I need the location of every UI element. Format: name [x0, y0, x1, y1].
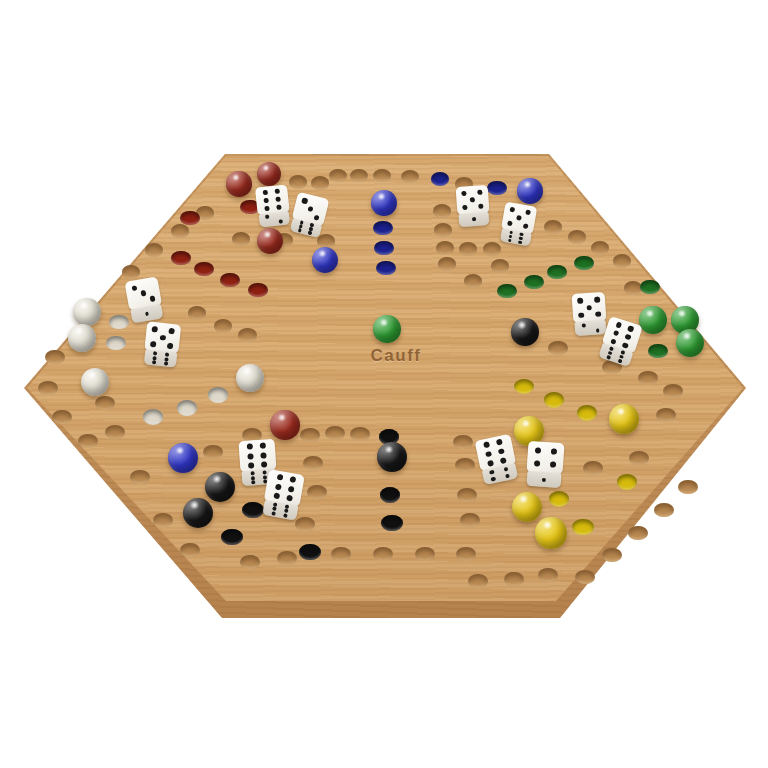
- marble-white[interactable]: [81, 368, 109, 396]
- die-pip: [287, 485, 294, 492]
- marble-highlight: [521, 420, 531, 428]
- home-hole-green[interactable]: [524, 275, 544, 290]
- marble-highlight: [518, 495, 528, 503]
- die-pip: [313, 215, 319, 221]
- home-hole-white[interactable]: [208, 387, 228, 402]
- home-hole-black[interactable]: [380, 487, 401, 503]
- marble-highlight: [277, 414, 287, 422]
- die-top-face: [239, 439, 277, 472]
- track-hole[interactable]: [303, 456, 323, 470]
- die-pip: [289, 476, 296, 483]
- track-hole[interactable]: [628, 526, 648, 541]
- marble-highlight: [232, 174, 241, 181]
- die-pip: [477, 189, 483, 195]
- track-hole[interactable]: [459, 242, 477, 255]
- die-pip: [265, 205, 271, 211]
- die-pip: [248, 453, 254, 459]
- die-pip: [302, 198, 308, 204]
- track-hole[interactable]: [656, 408, 675, 422]
- track-hole[interactable]: [457, 488, 477, 502]
- die-pip: [169, 328, 175, 334]
- die-pip: [595, 312, 601, 318]
- track-hole[interactable]: [329, 169, 347, 182]
- marble-highlight: [677, 310, 686, 317]
- die-pip: [141, 290, 147, 296]
- die-pip: [263, 189, 269, 195]
- marble-green[interactable]: [676, 329, 704, 357]
- track-hole[interactable]: [434, 223, 452, 236]
- track-hole[interactable]: [613, 254, 632, 267]
- home-hole-yellow[interactable]: [577, 405, 597, 420]
- die[interactable]: [499, 202, 538, 248]
- marble-white[interactable]: [73, 298, 100, 325]
- track-hole[interactable]: [436, 241, 454, 254]
- marble-black[interactable]: [183, 498, 214, 529]
- die-pip: [264, 197, 270, 203]
- die-pip: [617, 358, 622, 363]
- track-hole[interactable]: [295, 517, 315, 532]
- die-top-face: [527, 441, 565, 475]
- die-pip: [509, 207, 515, 213]
- track-hole[interactable]: [289, 175, 307, 188]
- die-pip: [260, 443, 266, 449]
- home-hole-blue[interactable]: [373, 221, 392, 235]
- die-pip: [551, 448, 557, 454]
- marble-white[interactable]: [68, 324, 96, 352]
- track-hole[interactable]: [568, 230, 586, 243]
- home-hole-black[interactable]: [299, 544, 320, 560]
- track-hole[interactable]: [460, 513, 480, 527]
- track-hole[interactable]: [468, 574, 488, 589]
- die-pip: [132, 284, 138, 290]
- die-pip: [470, 197, 476, 203]
- marble-blue[interactable]: [312, 247, 338, 273]
- die-front-face: [459, 211, 490, 226]
- home-hole-black[interactable]: [242, 502, 263, 518]
- home-hole-red[interactable]: [248, 283, 268, 298]
- marble-highlight: [87, 371, 97, 378]
- track-hole[interactable]: [654, 503, 674, 517]
- track-hole[interactable]: [544, 220, 562, 233]
- die-pip: [610, 338, 617, 345]
- track-hole[interactable]: [122, 265, 141, 278]
- marble-highlight: [74, 327, 83, 334]
- die-pip: [523, 224, 529, 230]
- die-pip: [498, 448, 505, 455]
- die-pip: [248, 462, 254, 468]
- marble-green[interactable]: [373, 315, 401, 343]
- track-hole[interactable]: [232, 232, 250, 245]
- die-pip: [261, 461, 267, 467]
- die-front-face: [575, 320, 607, 336]
- track-hole[interactable]: [238, 328, 257, 342]
- home-hole-black[interactable]: [381, 515, 402, 531]
- die-pip: [488, 460, 495, 467]
- die-pip: [490, 470, 495, 475]
- die-pip: [508, 239, 512, 243]
- marble-highlight: [262, 165, 270, 171]
- track-hole[interactable]: [203, 445, 223, 459]
- home-hole-green[interactable]: [640, 280, 660, 295]
- die-pip: [518, 240, 522, 244]
- die-pip: [582, 324, 586, 328]
- track-hole[interactable]: [464, 274, 483, 287]
- track-hole[interactable]: [240, 555, 260, 570]
- die-top-face: [572, 292, 607, 323]
- die-pip: [484, 441, 491, 448]
- home-hole-red[interactable]: [220, 273, 240, 288]
- die-pip: [308, 231, 312, 235]
- die-pip: [504, 467, 509, 472]
- track-hole[interactable]: [453, 435, 473, 449]
- die-pip: [275, 196, 281, 202]
- marble-highlight: [542, 521, 553, 529]
- die-pip: [279, 219, 283, 223]
- marble-yellow[interactable]: [609, 404, 638, 433]
- die-pip: [534, 461, 540, 467]
- marble-highlight: [645, 310, 654, 317]
- track-hole[interactable]: [583, 461, 603, 475]
- die-pip: [496, 439, 503, 446]
- die-pip: [594, 297, 600, 303]
- die-pip: [145, 311, 149, 315]
- track-hole[interactable]: [538, 568, 558, 583]
- track-hole[interactable]: [548, 341, 567, 355]
- track-hole[interactable]: [130, 470, 150, 484]
- track-hole[interactable]: [433, 204, 451, 217]
- marble-highlight: [682, 332, 691, 339]
- home-hole-green[interactable]: [648, 344, 668, 359]
- track-hole[interactable]: [629, 451, 649, 465]
- track-hole[interactable]: [188, 306, 207, 320]
- die-pip: [160, 335, 166, 341]
- die[interactable]: [289, 192, 330, 240]
- home-hole-white[interactable]: [177, 400, 197, 415]
- track-hole[interactable]: [591, 241, 609, 254]
- track-hole[interactable]: [415, 547, 435, 562]
- track-hole[interactable]: [52, 410, 72, 424]
- home-hole-red[interactable]: [171, 251, 190, 265]
- die-pip: [507, 221, 513, 227]
- home-hole-yellow[interactable]: [514, 379, 534, 394]
- marble-highlight: [517, 321, 526, 328]
- die[interactable]: [255, 184, 291, 228]
- track-hole[interactable]: [438, 257, 457, 270]
- marble-red[interactable]: [270, 410, 299, 439]
- track-hole[interactable]: [331, 547, 351, 562]
- die-pip: [273, 492, 280, 499]
- die-pip: [271, 510, 276, 515]
- die-front-face: [527, 471, 562, 488]
- home-hole-green[interactable]: [497, 284, 517, 299]
- marble-highlight: [212, 475, 222, 483]
- track-hole[interactable]: [638, 371, 657, 385]
- track-hole[interactable]: [38, 381, 57, 395]
- die-pip: [164, 361, 168, 365]
- die-pip: [286, 494, 293, 501]
- track-hole[interactable]: [214, 319, 233, 333]
- die-pip: [276, 204, 282, 210]
- home-hole-red[interactable]: [180, 211, 199, 225]
- marble-black[interactable]: [377, 442, 407, 472]
- die-pip: [167, 343, 173, 349]
- die-pip: [535, 447, 541, 453]
- track-hole[interactable]: [663, 384, 682, 398]
- marble-highlight: [379, 319, 388, 326]
- home-hole-white[interactable]: [143, 409, 163, 424]
- track-hole[interactable]: [153, 513, 173, 527]
- marble-highlight: [242, 367, 252, 374]
- home-hole-black[interactable]: [221, 529, 242, 545]
- die-pip: [274, 483, 281, 490]
- marble-red[interactable]: [257, 162, 282, 187]
- marble-highlight: [318, 250, 327, 257]
- die-pip: [461, 190, 467, 196]
- die-pip: [542, 477, 546, 481]
- pieces-layer: [0, 0, 768, 768]
- track-hole[interactable]: [45, 350, 64, 364]
- die-pip: [500, 457, 507, 464]
- die-pip: [613, 330, 620, 337]
- marble-blue[interactable]: [168, 443, 198, 473]
- die-pip: [276, 474, 283, 481]
- die-front-face: [144, 350, 177, 367]
- home-hole-blue[interactable]: [431, 172, 450, 186]
- track-hole[interactable]: [145, 243, 164, 256]
- die[interactable]: [572, 292, 608, 337]
- home-hole-yellow[interactable]: [617, 474, 638, 489]
- die-pip: [578, 298, 584, 304]
- die-top-face: [255, 184, 289, 215]
- home-hole-yellow[interactable]: [544, 392, 564, 407]
- track-hole[interactable]: [456, 547, 476, 562]
- marble-blue[interactable]: [371, 190, 396, 215]
- die-pip: [525, 210, 531, 216]
- track-hole[interactable]: [325, 426, 345, 440]
- marble-highlight: [616, 408, 626, 416]
- track-hole[interactable]: [300, 428, 320, 442]
- die-pip: [478, 203, 484, 209]
- track-hole[interactable]: [373, 547, 393, 562]
- marble-highlight: [79, 302, 88, 309]
- track-hole[interactable]: [373, 169, 391, 182]
- die-pip: [505, 473, 510, 478]
- home-hole-blue[interactable]: [487, 181, 506, 195]
- track-hole[interactable]: [78, 434, 98, 448]
- track-hole[interactable]: [95, 396, 114, 410]
- track-hole[interactable]: [455, 458, 475, 472]
- home-hole-green[interactable]: [547, 265, 567, 279]
- marble-blue[interactable]: [517, 178, 542, 203]
- track-hole[interactable]: [307, 485, 327, 499]
- die-top-face: [456, 184, 490, 214]
- die-pip: [622, 342, 629, 349]
- marble-highlight: [189, 501, 199, 509]
- die-pip: [307, 206, 313, 212]
- track-hole[interactable]: [401, 170, 419, 183]
- board-logo: Cauff: [371, 346, 422, 366]
- home-hole-white[interactable]: [106, 336, 126, 351]
- die-pip: [251, 480, 255, 484]
- track-hole[interactable]: [311, 176, 329, 189]
- die-pip: [606, 355, 611, 360]
- track-hole[interactable]: [491, 259, 510, 272]
- home-hole-blue[interactable]: [376, 261, 396, 275]
- home-hole-white[interactable]: [109, 315, 129, 330]
- track-hole[interactable]: [180, 543, 200, 558]
- die-pip: [152, 327, 158, 333]
- die[interactable]: [456, 184, 490, 227]
- die-pip: [297, 229, 301, 233]
- marble-highlight: [384, 446, 394, 454]
- marble-white[interactable]: [236, 364, 264, 392]
- marble-highlight: [263, 231, 272, 238]
- die[interactable]: [143, 321, 181, 368]
- home-hole-green[interactable]: [574, 256, 594, 270]
- die-pip: [627, 325, 634, 332]
- die-pip: [152, 360, 156, 364]
- marble-black[interactable]: [205, 472, 235, 502]
- die[interactable]: [125, 276, 165, 324]
- marble-yellow[interactable]: [512, 492, 543, 523]
- product-photo: Cauff: [0, 0, 768, 768]
- marble-red[interactable]: [226, 171, 251, 196]
- die-pip: [579, 313, 585, 319]
- die-front-face: [259, 211, 290, 227]
- track-hole[interactable]: [105, 425, 125, 439]
- track-hole[interactable]: [678, 480, 698, 494]
- die-pip: [491, 476, 496, 481]
- marble-black[interactable]: [511, 318, 539, 346]
- die-pip: [274, 188, 280, 194]
- track-hole[interactable]: [483, 242, 501, 255]
- die-pip: [150, 341, 156, 347]
- track-hole[interactable]: [171, 224, 189, 237]
- die-pip: [550, 462, 556, 468]
- marble-yellow[interactable]: [535, 517, 566, 548]
- home-hole-yellow[interactable]: [572, 519, 593, 535]
- die[interactable]: [475, 434, 519, 486]
- die-pip: [462, 204, 468, 210]
- track-hole[interactable]: [277, 551, 297, 566]
- home-hole-yellow[interactable]: [549, 491, 570, 507]
- die-pip: [472, 217, 476, 221]
- track-hole[interactable]: [504, 572, 524, 587]
- die-pip: [616, 321, 623, 328]
- track-hole[interactable]: [575, 570, 595, 585]
- die-pip: [516, 215, 522, 221]
- marble-red[interactable]: [257, 228, 283, 254]
- die-pip: [247, 443, 253, 449]
- track-hole[interactable]: [350, 169, 368, 182]
- track-hole[interactable]: [350, 427, 370, 441]
- die[interactable]: [261, 469, 305, 521]
- home-hole-blue[interactable]: [374, 241, 393, 255]
- marble-highlight: [523, 181, 532, 188]
- die-pip: [596, 329, 600, 333]
- marble-highlight: [175, 447, 185, 455]
- die-pip: [261, 452, 267, 458]
- die-pip: [150, 295, 156, 301]
- die-pip: [283, 513, 288, 518]
- home-hole-red[interactable]: [194, 262, 214, 276]
- marble-highlight: [377, 193, 386, 200]
- track-hole[interactable]: [602, 548, 622, 563]
- die[interactable]: [526, 441, 565, 489]
- die-pip: [587, 305, 593, 311]
- die-pip: [624, 334, 631, 341]
- marble-green[interactable]: [639, 306, 666, 333]
- die-pip: [486, 450, 493, 457]
- die-pip: [265, 214, 269, 218]
